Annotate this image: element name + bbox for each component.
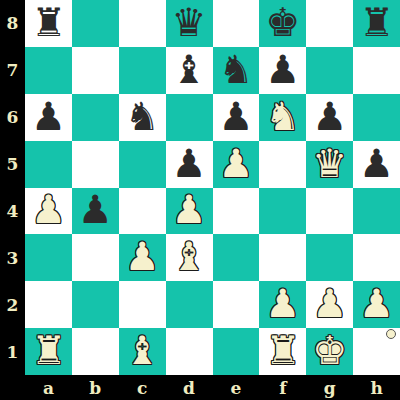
- white-rook-f1[interactable]: ♜: [265, 331, 300, 370]
- square-d2[interactable]: [166, 281, 213, 328]
- square-g4[interactable]: [306, 188, 353, 235]
- black-pawn-b4[interactable]: ♟: [78, 190, 113, 229]
- black-pawn-h5[interactable]: ♟: [359, 144, 394, 183]
- square-e4[interactable]: [213, 188, 260, 235]
- square-b3[interactable]: [72, 234, 119, 281]
- square-f7[interactable]: ♟: [259, 47, 306, 94]
- square-a1[interactable]: ♜: [25, 328, 72, 375]
- white-pawn-d4[interactable]: ♟: [172, 190, 207, 229]
- square-e7[interactable]: ♞: [213, 47, 260, 94]
- white-bishop-c1[interactable]: ♝: [125, 331, 160, 370]
- square-g1[interactable]: ♚: [306, 328, 353, 375]
- square-g2[interactable]: ♟: [306, 281, 353, 328]
- square-f2[interactable]: ♟: [259, 281, 306, 328]
- rank-label-5: 5: [0, 141, 25, 188]
- white-pawn-f2[interactable]: ♟: [265, 284, 300, 323]
- square-h7[interactable]: [353, 47, 400, 94]
- square-e1[interactable]: [213, 328, 260, 375]
- square-d5[interactable]: ♟: [166, 141, 213, 188]
- white-pawn-e5[interactable]: ♟: [218, 144, 253, 183]
- square-d6[interactable]: [166, 94, 213, 141]
- rank-label-8: 8: [0, 0, 25, 47]
- square-h5[interactable]: ♟: [353, 141, 400, 188]
- square-d7[interactable]: ♝: [166, 47, 213, 94]
- square-b2[interactable]: [72, 281, 119, 328]
- white-pawn-c3[interactable]: ♟: [125, 237, 160, 276]
- white-pawn-h2[interactable]: ♟: [359, 284, 394, 323]
- file-label-h: h: [353, 375, 400, 400]
- square-e8[interactable]: [213, 0, 260, 47]
- file-labels: abcdefgh: [25, 375, 400, 400]
- square-g8[interactable]: [306, 0, 353, 47]
- square-h2[interactable]: ♟: [353, 281, 400, 328]
- square-b7[interactable]: [72, 47, 119, 94]
- square-c3[interactable]: ♟: [119, 234, 166, 281]
- square-d4[interactable]: ♟: [166, 188, 213, 235]
- board: ♜♛♚♜♝♞♟♟♞♟♞♟♟♟♛♟♟♟♟♟♝♟♟♟♜♝♜♚: [25, 0, 400, 375]
- white-rook-a1[interactable]: ♜: [31, 331, 66, 370]
- black-king-f8[interactable]: ♚: [265, 3, 300, 42]
- square-b5[interactable]: [72, 141, 119, 188]
- black-pawn-g6[interactable]: ♟: [312, 97, 347, 136]
- square-e3[interactable]: [213, 234, 260, 281]
- white-bishop-d3[interactable]: ♝: [172, 237, 207, 276]
- file-label-c: c: [119, 375, 166, 400]
- square-h4[interactable]: [353, 188, 400, 235]
- file-label-a: a: [25, 375, 72, 400]
- file-label-d: d: [166, 375, 213, 400]
- square-g7[interactable]: [306, 47, 353, 94]
- board-frame-corner: [0, 375, 25, 400]
- square-a3[interactable]: [25, 234, 72, 281]
- square-h8[interactable]: ♜: [353, 0, 400, 47]
- black-pawn-f7[interactable]: ♟: [265, 50, 300, 89]
- square-b1[interactable]: [72, 328, 119, 375]
- black-bishop-d7[interactable]: ♝: [172, 50, 207, 89]
- white-pawn-a4[interactable]: ♟: [31, 190, 66, 229]
- square-b6[interactable]: [72, 94, 119, 141]
- square-h6[interactable]: [353, 94, 400, 141]
- square-c6[interactable]: ♞: [119, 94, 166, 141]
- square-f3[interactable]: [259, 234, 306, 281]
- square-b4[interactable]: ♟: [72, 188, 119, 235]
- square-a5[interactable]: [25, 141, 72, 188]
- black-rook-a8[interactable]: ♜: [31, 3, 66, 42]
- square-a4[interactable]: ♟: [25, 188, 72, 235]
- square-f6[interactable]: ♞: [259, 94, 306, 141]
- black-pawn-a6[interactable]: ♟: [31, 97, 66, 136]
- rank-label-3: 3: [0, 234, 25, 281]
- square-c1[interactable]: ♝: [119, 328, 166, 375]
- square-g5[interactable]: ♛: [306, 141, 353, 188]
- square-e5[interactable]: ♟: [213, 141, 260, 188]
- black-pawn-d5[interactable]: ♟: [172, 144, 207, 183]
- rank-label-1: 1: [0, 328, 25, 375]
- rank-labels: 87654321: [0, 0, 25, 375]
- square-g3[interactable]: [306, 234, 353, 281]
- white-knight-f6[interactable]: ♞: [265, 97, 300, 136]
- square-h3[interactable]: [353, 234, 400, 281]
- file-label-f: f: [259, 375, 306, 400]
- square-f5[interactable]: [259, 141, 306, 188]
- rank-label-2: 2: [0, 281, 25, 328]
- white-queen-g5[interactable]: ♛: [312, 144, 347, 183]
- black-queen-d8[interactable]: ♛: [172, 3, 207, 42]
- square-a2[interactable]: [25, 281, 72, 328]
- square-c7[interactable]: [119, 47, 166, 94]
- square-e2[interactable]: [213, 281, 260, 328]
- square-b8[interactable]: [72, 0, 119, 47]
- white-to-move-indicator: [386, 329, 396, 339]
- square-f1[interactable]: ♜: [259, 328, 306, 375]
- square-a6[interactable]: ♟: [25, 94, 72, 141]
- black-knight-e7[interactable]: ♞: [218, 50, 253, 89]
- file-label-g: g: [306, 375, 353, 400]
- black-pawn-e6[interactable]: ♟: [218, 97, 253, 136]
- square-g6[interactable]: ♟: [306, 94, 353, 141]
- square-a8[interactable]: ♜: [25, 0, 72, 47]
- rank-label-4: 4: [0, 188, 25, 235]
- square-d1[interactable]: [166, 328, 213, 375]
- square-f4[interactable]: [259, 188, 306, 235]
- square-a7[interactable]: [25, 47, 72, 94]
- square-d8[interactable]: ♛: [166, 0, 213, 47]
- square-e6[interactable]: ♟: [213, 94, 260, 141]
- rank-label-7: 7: [0, 47, 25, 94]
- square-c4[interactable]: [119, 188, 166, 235]
- square-c5[interactable]: [119, 141, 166, 188]
- black-knight-c6[interactable]: ♞: [125, 97, 160, 136]
- white-king-g1[interactable]: ♚: [312, 331, 347, 370]
- chessboard-frame: 87654321 ♜♛♚♜♝♞♟♟♞♟♞♟♟♟♛♟♟♟♟♟♝♟♟♟♜♝♜♚ ab…: [0, 0, 400, 400]
- square-c2[interactable]: [119, 281, 166, 328]
- white-pawn-g2[interactable]: ♟: [312, 284, 347, 323]
- square-f8[interactable]: ♚: [259, 0, 306, 47]
- file-label-b: b: [72, 375, 119, 400]
- rank-label-6: 6: [0, 94, 25, 141]
- file-label-e: e: [213, 375, 260, 400]
- square-c8[interactable]: [119, 0, 166, 47]
- black-rook-h8[interactable]: ♜: [359, 3, 394, 42]
- square-d3[interactable]: ♝: [166, 234, 213, 281]
